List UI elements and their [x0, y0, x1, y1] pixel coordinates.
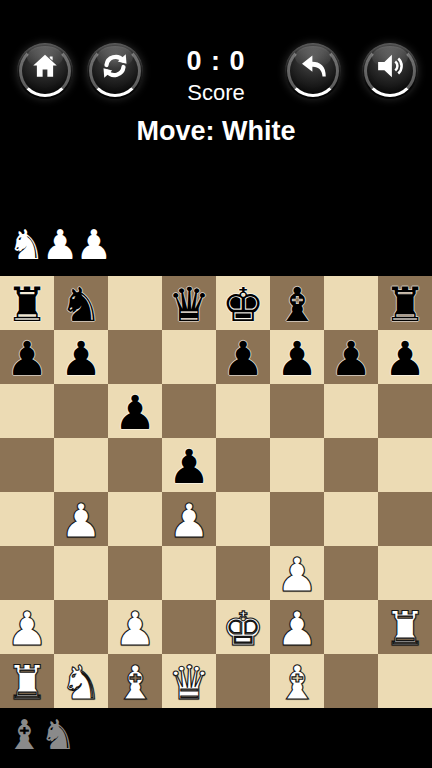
- white-pawn: ♟: [108, 602, 162, 656]
- square-c1[interactable]: ♝: [108, 654, 162, 708]
- square-d4[interactable]: ♟: [162, 492, 216, 546]
- square-e3[interactable]: [216, 546, 270, 600]
- square-c3[interactable]: [108, 546, 162, 600]
- black-rook: ♜: [378, 278, 432, 332]
- white-bishop: ♝: [108, 656, 162, 710]
- square-b2[interactable]: [54, 600, 108, 654]
- square-b6[interactable]: [54, 384, 108, 438]
- captured-white-tray: ♞♟♟: [8, 220, 109, 268]
- square-f3[interactable]: ♟: [270, 546, 324, 600]
- square-f2[interactable]: ♟: [270, 600, 324, 654]
- white-pawn: ♟: [0, 602, 54, 656]
- white-knight: ♞: [54, 656, 108, 710]
- captured-black-bishop-icon: ♝: [6, 712, 40, 758]
- square-e5[interactable]: [216, 438, 270, 492]
- square-g5[interactable]: [324, 438, 378, 492]
- square-e6[interactable]: [216, 384, 270, 438]
- chess-board: ♜♞♛♚♝♜♟♟♟♟♟♟♟♟♟♟♟♟♟♚♟♜♜♞♝♛♝: [0, 276, 432, 708]
- white-rook: ♜: [0, 656, 54, 710]
- captured-black-tray: ♝♞: [6, 708, 74, 758]
- black-pawn: ♟: [108, 386, 162, 440]
- square-d1[interactable]: ♛: [162, 654, 216, 708]
- square-f8[interactable]: ♝: [270, 276, 324, 330]
- square-c2[interactable]: ♟: [108, 600, 162, 654]
- captured-white-pawn-icon: ♟: [42, 222, 76, 268]
- white-king: ♚: [216, 602, 270, 656]
- square-h3[interactable]: [378, 546, 432, 600]
- square-f7[interactable]: ♟: [270, 330, 324, 384]
- white-bishop: ♝: [270, 656, 324, 710]
- square-d2[interactable]: [162, 600, 216, 654]
- chess-app-screen: { "game": "chess", "position": { "fen": …: [0, 0, 432, 768]
- square-h2[interactable]: ♜: [378, 600, 432, 654]
- black-pawn: ♟: [378, 332, 432, 386]
- square-e2[interactable]: ♚: [216, 600, 270, 654]
- square-h1[interactable]: [378, 654, 432, 708]
- captured-black-knight-icon: ♞: [40, 712, 74, 758]
- white-pawn: ♟: [162, 494, 216, 548]
- square-a6[interactable]: [0, 384, 54, 438]
- black-pawn: ♟: [216, 332, 270, 386]
- square-f5[interactable]: [270, 438, 324, 492]
- black-pawn: ♟: [270, 332, 324, 386]
- square-d6[interactable]: [162, 384, 216, 438]
- black-queen: ♛: [162, 278, 216, 332]
- square-f1[interactable]: ♝: [270, 654, 324, 708]
- square-g4[interactable]: [324, 492, 378, 546]
- square-a8[interactable]: ♜: [0, 276, 54, 330]
- square-b3[interactable]: [54, 546, 108, 600]
- square-a4[interactable]: [0, 492, 54, 546]
- move-turn-label: Move: White: [0, 116, 432, 147]
- black-bishop: ♝: [270, 278, 324, 332]
- square-c5[interactable]: [108, 438, 162, 492]
- white-queen: ♛: [162, 656, 216, 710]
- black-pawn: ♟: [0, 332, 54, 386]
- square-h6[interactable]: [378, 384, 432, 438]
- square-a7[interactable]: ♟: [0, 330, 54, 384]
- captured-white-knight-icon: ♞: [8, 222, 42, 268]
- captured-white-pawn-icon: ♟: [76, 222, 110, 268]
- sound-button[interactable]: [362, 43, 418, 99]
- square-g3[interactable]: [324, 546, 378, 600]
- square-c8[interactable]: [108, 276, 162, 330]
- square-f6[interactable]: [270, 384, 324, 438]
- square-g2[interactable]: [324, 600, 378, 654]
- square-h4[interactable]: [378, 492, 432, 546]
- square-a2[interactable]: ♟: [0, 600, 54, 654]
- square-g1[interactable]: [324, 654, 378, 708]
- square-g8[interactable]: [324, 276, 378, 330]
- square-a1[interactable]: ♜: [0, 654, 54, 708]
- square-a3[interactable]: [0, 546, 54, 600]
- white-pawn: ♟: [270, 602, 324, 656]
- square-c7[interactable]: [108, 330, 162, 384]
- square-b5[interactable]: [54, 438, 108, 492]
- square-d5[interactable]: ♟: [162, 438, 216, 492]
- white-pawn: ♟: [54, 494, 108, 548]
- black-pawn: ♟: [324, 332, 378, 386]
- black-rook: ♜: [0, 278, 54, 332]
- square-g6[interactable]: [324, 384, 378, 438]
- white-rook: ♜: [378, 602, 432, 656]
- square-d3[interactable]: [162, 546, 216, 600]
- black-king: ♚: [216, 278, 270, 332]
- white-pawn: ♟: [270, 548, 324, 602]
- square-e4[interactable]: [216, 492, 270, 546]
- square-g7[interactable]: ♟: [324, 330, 378, 384]
- square-a5[interactable]: [0, 438, 54, 492]
- square-e1[interactable]: [216, 654, 270, 708]
- square-c6[interactable]: ♟: [108, 384, 162, 438]
- black-pawn: ♟: [162, 440, 216, 494]
- square-h8[interactable]: ♜: [378, 276, 432, 330]
- square-e7[interactable]: ♟: [216, 330, 270, 384]
- square-e8[interactable]: ♚: [216, 276, 270, 330]
- square-h7[interactable]: ♟: [378, 330, 432, 384]
- black-knight: ♞: [54, 278, 108, 332]
- square-b4[interactable]: ♟: [54, 492, 108, 546]
- square-b8[interactable]: ♞: [54, 276, 108, 330]
- square-d7[interactable]: [162, 330, 216, 384]
- square-h5[interactable]: [378, 438, 432, 492]
- square-c4[interactable]: [108, 492, 162, 546]
- undo-button[interactable]: [285, 43, 341, 99]
- square-b1[interactable]: ♞: [54, 654, 108, 708]
- square-b7[interactable]: ♟: [54, 330, 108, 384]
- black-pawn: ♟: [54, 332, 108, 386]
- square-d8[interactable]: ♛: [162, 276, 216, 330]
- square-f4[interactable]: [270, 492, 324, 546]
